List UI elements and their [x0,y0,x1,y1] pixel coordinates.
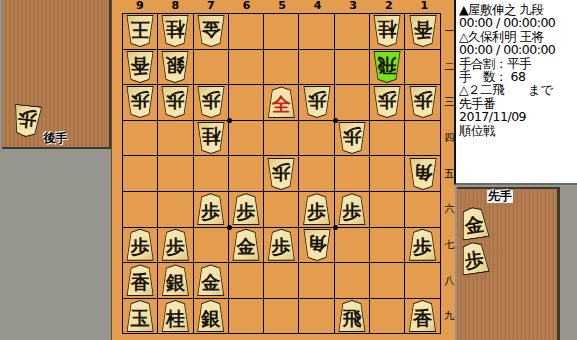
square-5-一 [264,14,298,49]
square-9-五 [123,156,157,191]
square-2-五 [370,156,404,191]
piece-kanji: 歩 [338,127,366,146]
square-3-六: 歩 [335,192,369,227]
square-7-三: 歩 [194,85,228,120]
sente-piece-歩: 歩 [125,229,155,261]
piece-kanji: 飛 [338,308,366,327]
square-1-七: 歩 [405,228,439,263]
sente-piece-香: 香 [408,300,438,332]
gote-piece-歩: 歩 [196,86,226,118]
file-labels: 987654321 [122,0,442,12]
sente-piece-歩: 歩 [266,229,296,261]
piece-kanji: 歩 [409,237,437,256]
piece-kanji: 金 [459,213,489,236]
gote-piece-歩: 歩 [160,86,190,118]
sente-piece-玉: 玉 [125,300,155,332]
piece-kanji: 金 [232,237,260,256]
piece-kanji: 歩 [373,91,401,110]
square-6-一 [229,14,263,49]
file-label-4: 4 [300,0,336,12]
piece-kanji: 歩 [267,163,295,182]
file-label-6: 6 [229,0,265,12]
square-4-五 [299,156,333,191]
square-7-二 [194,50,228,85]
square-7-八: 金 [194,263,228,298]
square-3-二 [335,50,369,85]
square-6-四 [229,121,263,156]
piece-kanji: 歩 [303,201,331,220]
square-9-九: 玉 [123,299,157,334]
square-2-四 [370,121,404,156]
sente-piece-金: 金 [231,229,261,261]
piece-kanji: 飛 [373,56,401,75]
square-5-五: 歩 [264,156,298,191]
rank-label-七: 七 [444,227,455,263]
square-2-九 [370,299,404,334]
gote-piece-飛: 飛 [372,51,402,83]
piece-kanji: 香 [126,56,154,75]
gote-piece-歩: 歩 [302,86,332,118]
square-5-二 [264,50,298,85]
piece-kanji: 歩 [126,237,154,256]
kifu-viewer: 歩 後手 987654321 一二三四五六七八九 王桂金桂香香銀飛歩歩歩全歩歩歩… [0,0,577,340]
gote-piece-角: 角 [408,158,438,190]
piece-kanji: 歩 [161,237,189,256]
square-9-三: 歩 [123,85,157,120]
square-9-六 [123,192,157,227]
square-4-八 [299,263,333,298]
piece-kanji: 歩 [161,91,189,110]
square-7-六: 歩 [194,192,228,227]
gote-piece-香: 香 [408,15,438,47]
piece-kanji: 銀 [161,272,189,291]
board-star-dot [333,225,338,230]
shogi-board: 987654321 一二三四五六七八九 王桂金桂香香銀飛歩歩歩全歩歩歩桂歩歩角歩… [111,0,455,340]
square-8-九: 桂 [158,299,192,334]
file-label-1: 1 [407,0,443,12]
square-4-四 [299,121,333,156]
square-2-八 [370,263,404,298]
square-4-七: 角 [299,228,333,263]
piece-kanji: 歩 [267,237,295,256]
square-5-四 [264,121,298,156]
sente-piece-歩: 歩 [457,240,491,276]
piece-kanji: 王 [126,20,154,39]
sente-piece-歩: 歩 [302,193,332,225]
sente-piece-金: 金 [196,264,226,296]
square-7-九: 銀 [194,299,228,334]
square-1-五: 角 [405,156,439,191]
gote-piece-桂: 桂 [372,15,402,47]
square-3-一 [335,14,369,49]
piece-kanji: 歩 [197,91,225,110]
square-2-六 [370,192,404,227]
square-1-九: 香 [405,299,439,334]
square-5-六 [264,192,298,227]
square-8-八: 銀 [158,263,192,298]
sente-piece-歩: 歩 [231,193,261,225]
piece-kanji: 歩 [459,248,489,271]
square-9-四 [123,121,157,156]
board-star-dot [227,225,232,230]
piece-kanji: 香 [126,272,154,291]
piece-kanji: 角 [303,234,331,253]
gote-piece-香: 香 [125,51,155,83]
sente-tray-label: 先手 [487,190,513,203]
piece-kanji: 歩 [409,91,437,110]
piece-kanji: 桂 [161,308,189,327]
square-3-四: 歩 [335,121,369,156]
piece-kanji: 桂 [373,20,401,39]
sente-piece-歩: 歩 [408,229,438,261]
square-3-五 [335,156,369,191]
piece-kanji: 銀 [161,56,189,75]
rank-label-九: 九 [444,298,455,334]
square-3-三 [335,85,369,120]
gote-piece-歩: 歩 [408,86,438,118]
sente-piece-歩: 歩 [337,193,367,225]
file-label-8: 8 [158,0,194,12]
game-info-panel: ▲屋敷伸之 九段00:00 / 00:00:00△久保利明 王将00:00 / … [454,0,577,185]
sente-hand-tray: 先手 金歩 [457,187,560,340]
piece-kanji: 銀 [197,308,225,327]
file-label-9: 9 [122,0,158,12]
square-3-八 [335,263,369,298]
gote-piece-桂: 桂 [160,15,190,47]
sente-piece-歩: 歩 [160,229,190,261]
piece-kanji: 角 [409,163,437,182]
square-1-四 [405,121,439,156]
square-9-二: 香 [123,50,157,85]
square-8-三: 歩 [158,85,192,120]
square-5-七: 歩 [264,228,298,263]
square-1-八 [405,263,439,298]
gote-piece-角: 角 [302,229,332,261]
square-3-七 [335,228,369,263]
square-1-二 [405,50,439,85]
info-line: △２二飛 まで [459,83,575,96]
sente-piece-飛: 飛 [337,300,367,332]
info-line: 00:00 / 00:00:00 [459,16,575,29]
piece-kanji: 香 [409,308,437,327]
board-star-dot [333,118,338,123]
info-line: 00:00 / 00:00:00 [459,43,575,56]
square-1-三: 歩 [405,85,439,120]
sente-piece-金: 金 [457,205,491,241]
piece-kanji: 歩 [338,201,366,220]
square-2-七 [370,228,404,263]
square-8-四 [158,121,192,156]
square-1-六 [405,192,439,227]
info-line: 順位戦 [459,124,575,137]
square-7-四: 桂 [194,121,228,156]
square-6-九 [229,299,263,334]
info-line: 2017/11/09 [459,110,575,123]
board-grid: 王桂金桂香香銀飛歩歩歩全歩歩歩桂歩歩角歩歩歩歩歩歩金歩角歩香銀金玉桂銀飛香 [122,13,441,334]
rank-label-八: 八 [444,263,455,299]
piece-kanji: 桂 [161,20,189,39]
gote-piece-王: 王 [125,15,155,47]
piece-kanji: 玉 [126,308,154,327]
sente-piece-銀: 銀 [196,300,226,332]
info-line: ▲屋敷伸之 九段 [459,3,575,16]
square-9-八: 香 [123,263,157,298]
sente-piece-香: 香 [125,264,155,296]
file-label-3: 3 [335,0,371,12]
piece-kanji: 歩 [303,91,331,110]
square-4-一 [299,14,333,49]
square-8-二: 銀 [158,50,192,85]
gote-piece-歩: 歩 [125,86,155,118]
square-4-三: 歩 [299,85,333,120]
square-6-八 [229,263,263,298]
sente-piece-銀: 銀 [160,264,190,296]
board-star-dot [227,118,232,123]
piece-kanji: 歩 [232,201,260,220]
square-3-九: 飛 [335,299,369,334]
gote-piece-歩: 歩 [372,86,402,118]
gote-piece-歩: 歩 [337,122,367,154]
square-5-三: 全 [264,85,298,120]
square-6-七: 金 [229,228,263,263]
rank-label-六: 六 [444,191,455,227]
info-line: 手合割：平手 [459,57,575,70]
square-4-二 [299,50,333,85]
square-6-六: 歩 [229,192,263,227]
file-label-2: 2 [371,0,407,12]
file-label-7: 7 [193,0,229,12]
square-8-六 [158,192,192,227]
square-9-七: 歩 [123,228,157,263]
gote-hand-tray: 歩 後手 [2,0,112,149]
square-2-三: 歩 [370,85,404,120]
piece-kanji: 香 [409,20,437,39]
gote-piece-歩: 歩 [10,104,43,139]
square-8-一: 桂 [158,14,192,49]
square-6-二 [229,50,263,85]
piece-kanji: 全 [267,94,295,113]
gote-piece-銀: 銀 [160,51,190,83]
piece-kanji: 金 [197,20,225,39]
piece-kanji: 桂 [197,127,225,146]
square-1-一: 香 [405,14,439,49]
square-6-三 [229,85,263,120]
square-5-八 [264,263,298,298]
gote-piece-金: 金 [196,15,226,47]
square-8-五 [158,156,192,191]
file-label-5: 5 [264,0,300,12]
gote-tray-label: 後手 [44,132,68,145]
square-6-五 [229,156,263,191]
square-7-五 [194,156,228,191]
sente-piece-桂: 桂 [160,300,190,332]
gote-piece-歩: 歩 [266,158,296,190]
square-8-七: 歩 [158,228,192,263]
square-7-一: 金 [194,14,228,49]
piece-kanji: 歩 [197,201,225,220]
square-5-九 [264,299,298,334]
square-9-一: 王 [123,14,157,49]
info-line: △久保利明 王将 [459,30,575,43]
info-line: 先手番 [459,97,575,110]
piece-kanji: 歩 [126,91,154,110]
gote-piece-桂: 桂 [196,122,226,154]
square-2-一: 桂 [370,14,404,49]
sente-piece-歩: 歩 [196,193,226,225]
piece-kanji: 金 [197,272,225,291]
square-7-七 [194,228,228,263]
info-line: 手 数： 68 [459,70,575,83]
square-4-九 [299,299,333,334]
piece-kanji: 歩 [12,109,42,131]
square-4-六: 歩 [299,192,333,227]
square-2-二: 飛 [370,50,404,85]
sente-promoted-piece-全: 全 [266,86,296,118]
